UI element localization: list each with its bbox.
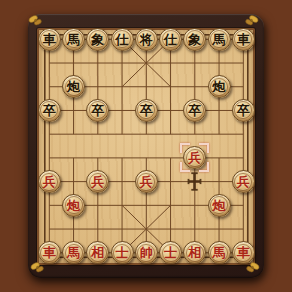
black-soldier[interactable]: 卒 — [232, 99, 255, 122]
black-horse[interactable]: 馬 — [208, 28, 231, 51]
piece-glyph: 兵 — [237, 175, 250, 188]
piece-glyph: 兵 — [188, 151, 201, 164]
red-soldier[interactable]: 兵 — [135, 170, 158, 193]
piece-glyph: 帥 — [140, 246, 153, 259]
black-advisor[interactable]: 仕 — [159, 28, 182, 51]
piece-glyph: 士 — [164, 246, 177, 259]
piece-glyph: 卒 — [140, 104, 153, 117]
piece-glyph: 仕 — [116, 33, 129, 46]
piece-glyph: 兵 — [140, 175, 153, 188]
red-soldier[interactable]: 兵 — [38, 170, 61, 193]
piece-glyph: 兵 — [91, 175, 104, 188]
black-elephant[interactable]: 象 — [86, 28, 109, 51]
red-horse[interactable]: 馬 — [208, 241, 231, 264]
black-cannon[interactable]: 炮 — [208, 75, 231, 98]
piece-glyph: 相 — [91, 246, 104, 259]
board-field[interactable] — [37, 28, 255, 265]
piece-glyph: 炮 — [67, 199, 80, 212]
piece-glyph: 炮 — [213, 199, 226, 212]
black-horse[interactable]: 馬 — [62, 28, 85, 51]
piece-glyph: 兵 — [43, 175, 56, 188]
black-general[interactable]: 将 — [135, 28, 158, 51]
board-frame — [28, 14, 264, 278]
black-advisor[interactable]: 仕 — [111, 28, 134, 51]
piece-glyph: 象 — [91, 33, 104, 46]
xiangqi-table: 車馬象仕将仕象馬車炮炮卒卒卒卒卒兵兵兵兵兵炮炮車馬相士帥士相馬車 — [0, 0, 292, 292]
piece-glyph: 車 — [43, 33, 56, 46]
black-soldier[interactable]: 卒 — [135, 99, 158, 122]
red-chariot[interactable]: 車 — [232, 241, 255, 264]
red-chariot[interactable]: 車 — [38, 241, 61, 264]
piece-glyph: 炮 — [213, 80, 226, 93]
red-cannon[interactable]: 炮 — [208, 194, 231, 217]
piece-glyph: 馬 — [67, 33, 80, 46]
piece-glyph: 卒 — [43, 104, 56, 117]
piece-glyph: 卒 — [237, 104, 250, 117]
piece-glyph: 馬 — [213, 33, 226, 46]
piece-glyph: 仕 — [164, 33, 177, 46]
piece-glyph: 馬 — [67, 246, 80, 259]
black-chariot[interactable]: 車 — [38, 28, 61, 51]
piece-glyph: 卒 — [188, 104, 201, 117]
black-chariot[interactable]: 車 — [232, 28, 255, 51]
black-soldier[interactable]: 卒 — [38, 99, 61, 122]
red-general[interactable]: 帥 — [135, 241, 158, 264]
red-cannon[interactable]: 炮 — [62, 194, 85, 217]
piece-glyph: 炮 — [67, 80, 80, 93]
piece-glyph: 車 — [43, 246, 56, 259]
piece-glyph: 車 — [237, 246, 250, 259]
piece-glyph: 相 — [188, 246, 201, 259]
piece-glyph: 卒 — [91, 104, 104, 117]
black-elephant[interactable]: 象 — [183, 28, 206, 51]
piece-glyph: 象 — [188, 33, 201, 46]
piece-glyph: 将 — [140, 33, 153, 46]
piece-glyph: 車 — [237, 33, 250, 46]
red-soldier[interactable]: 兵 — [232, 170, 255, 193]
piece-glyph: 士 — [116, 246, 129, 259]
red-advisor[interactable]: 士 — [111, 241, 134, 264]
piece-glyph: 馬 — [213, 246, 226, 259]
